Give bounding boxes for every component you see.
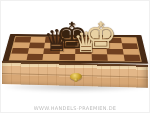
checkerboard — [10, 37, 141, 61]
chess-box-lid — [2, 34, 148, 63]
watermark: WWW.HANDELS-PRAEMIEN.DE — [0, 105, 150, 111]
product-photo: ♛ ♚ ♛ ♚ WWW.HANDELS-PRAEMIEN.DE — [0, 0, 150, 113]
board-square — [42, 54, 59, 60]
board-inlay-frame — [9, 36, 142, 61]
board-square — [91, 54, 108, 60]
board-square — [10, 54, 28, 60]
board-square — [107, 55, 124, 61]
board-square — [26, 54, 43, 60]
board-square — [75, 54, 91, 60]
brass-clasp-knob — [74, 78, 78, 82]
board-square — [59, 54, 75, 60]
board-square — [123, 55, 140, 61]
